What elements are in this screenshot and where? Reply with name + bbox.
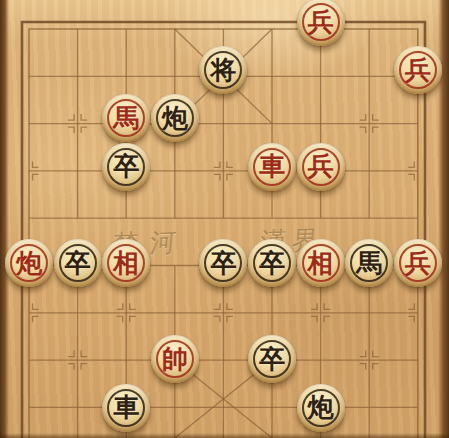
piece-glyph: 車 bbox=[102, 384, 150, 432]
piece-red-soldier[interactable]: 兵 bbox=[394, 46, 442, 94]
piece-glyph: 兵 bbox=[394, 239, 442, 287]
piece-black-general[interactable]: 将 bbox=[199, 46, 247, 94]
piece-black-soldier[interactable]: 卒 bbox=[102, 143, 150, 191]
piece-glyph: 相 bbox=[297, 239, 345, 287]
piece-red-soldier[interactable]: 兵 bbox=[297, 143, 345, 191]
piece-red-horse[interactable]: 馬 bbox=[102, 94, 150, 142]
piece-red-elephant[interactable]: 相 bbox=[102, 239, 150, 287]
piece-glyph: 兵 bbox=[297, 0, 345, 46]
piece-black-soldier[interactable]: 卒 bbox=[54, 239, 102, 287]
piece-glyph: 馬 bbox=[102, 94, 150, 142]
piece-glyph: 炮 bbox=[297, 384, 345, 432]
piece-black-soldier[interactable]: 卒 bbox=[199, 239, 247, 287]
piece-black-soldier[interactable]: 卒 bbox=[248, 239, 296, 287]
piece-glyph: 相 bbox=[102, 239, 150, 287]
piece-red-cannon[interactable]: 炮 bbox=[5, 239, 53, 287]
piece-red-chariot[interactable]: 車 bbox=[248, 143, 296, 191]
piece-glyph: 炮 bbox=[151, 94, 199, 142]
piece-red-soldier[interactable]: 兵 bbox=[394, 239, 442, 287]
piece-glyph: 卒 bbox=[248, 335, 296, 383]
xiangqi-app: 楚河 漢界 兵将兵馬炮卒車兵炮卒相卒卒相馬兵帥卒車炮 bbox=[0, 0, 449, 438]
piece-black-cannon[interactable]: 炮 bbox=[151, 94, 199, 142]
piece-red-soldier[interactable]: 兵 bbox=[297, 0, 345, 46]
piece-glyph: 卒 bbox=[102, 143, 150, 191]
piece-black-soldier[interactable]: 卒 bbox=[248, 335, 296, 383]
piece-glyph: 兵 bbox=[394, 46, 442, 94]
piece-black-cannon[interactable]: 炮 bbox=[297, 384, 345, 432]
piece-glyph: 卒 bbox=[199, 239, 247, 287]
piece-glyph: 卒 bbox=[248, 239, 296, 287]
piece-glyph: 将 bbox=[199, 46, 247, 94]
piece-glyph: 馬 bbox=[345, 239, 393, 287]
piece-glyph: 兵 bbox=[297, 143, 345, 191]
piece-red-general[interactable]: 帥 bbox=[151, 335, 199, 383]
piece-red-elephant[interactable]: 相 bbox=[297, 239, 345, 287]
piece-glyph: 帥 bbox=[151, 335, 199, 383]
piece-black-chariot[interactable]: 車 bbox=[102, 384, 150, 432]
piece-black-horse[interactable]: 馬 bbox=[345, 239, 393, 287]
piece-glyph: 炮 bbox=[5, 239, 53, 287]
piece-glyph: 卒 bbox=[54, 239, 102, 287]
board-bottom-shadow bbox=[0, 433, 449, 438]
piece-glyph: 車 bbox=[248, 143, 296, 191]
